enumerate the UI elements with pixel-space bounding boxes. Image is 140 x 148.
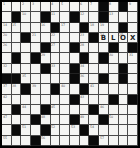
clue-number: 11: [51, 12, 55, 15]
clue-number: 28: [80, 43, 84, 46]
clue-number: 4: [51, 2, 53, 5]
cell-r2c6[interactable]: 11: [51, 12, 61, 22]
cell-r9c11[interactable]: [99, 84, 109, 94]
cell-r9c7[interactable]: 40: [60, 84, 70, 94]
black-cell: [41, 105, 51, 115]
clue-number: 47: [3, 115, 7, 118]
cell-r10c3[interactable]: [21, 95, 31, 105]
clue-number: 30: [109, 53, 113, 56]
clue-number: 44: [22, 105, 26, 108]
cell-r4c4[interactable]: 21: [31, 33, 41, 43]
black-cell: [119, 74, 129, 84]
clue-number: 56: [41, 136, 45, 139]
black-cell: [31, 115, 41, 125]
clue-number: 50: [109, 115, 113, 118]
cell-r5c6[interactable]: 27: [51, 43, 61, 53]
cell-r1c14[interactable]: 9: [128, 2, 138, 12]
clue-number: 43: [80, 95, 84, 98]
clue-number: 40: [61, 84, 65, 87]
cell-r13c4[interactable]: [31, 125, 41, 135]
cell-r4c5[interactable]: [41, 33, 51, 43]
black-cell: [119, 2, 129, 12]
cell-r5c10[interactable]: [89, 43, 99, 53]
cell-r12c3[interactable]: [21, 115, 31, 125]
cell-r11c13[interactable]: [119, 105, 129, 115]
clue-number: 39: [32, 84, 36, 87]
cell-r2c4[interactable]: [31, 12, 41, 22]
black-cell: [12, 74, 22, 84]
cell-r10c13[interactable]: [119, 95, 129, 105]
cell-r3c4[interactable]: [31, 23, 41, 33]
cell-r6c3[interactable]: [21, 53, 31, 63]
black-cell: [80, 53, 90, 63]
cell-r13c12[interactable]: [109, 125, 119, 135]
cell-r9c1[interactable]: 37: [2, 84, 12, 94]
cell-r5c4[interactable]: [31, 43, 41, 53]
clue-number: 17: [61, 23, 65, 26]
cell-r6c6[interactable]: [51, 53, 61, 63]
cell-r6c13[interactable]: [119, 53, 129, 63]
filled-letter: L: [109, 33, 118, 42]
cell-r11c6[interactable]: 45: [51, 105, 61, 115]
cell-r8c6[interactable]: [51, 74, 61, 84]
cell-r12c5[interactable]: 48: [41, 115, 51, 125]
cell-r10c2[interactable]: [12, 95, 22, 105]
cell-r10c6[interactable]: [51, 95, 61, 105]
cell-r7c7[interactable]: [60, 64, 70, 74]
cell-r3c14[interactable]: [128, 23, 138, 33]
cell-r14c11[interactable]: 57: [99, 136, 109, 146]
cell-r10c9[interactable]: 43: [80, 95, 90, 105]
cell-r14c5[interactable]: 56: [41, 136, 51, 146]
black-cell: [12, 53, 22, 63]
black-cell: [70, 74, 80, 84]
cell-r12c2[interactable]: [12, 115, 22, 125]
cell-r9c13[interactable]: [119, 84, 129, 94]
cell-r4c8[interactable]: [70, 33, 80, 43]
clue-number: 34: [80, 64, 84, 67]
cell-r11c3[interactable]: 44: [21, 105, 31, 115]
cell-r9c2[interactable]: 38: [12, 84, 22, 94]
black-cell: [12, 125, 22, 135]
cell-r12c9[interactable]: 49: [80, 115, 90, 125]
cell-r5c3[interactable]: [21, 43, 31, 53]
clue-number: 53: [71, 125, 75, 128]
black-cell: [128, 95, 138, 105]
cell-r10c1[interactable]: 42: [2, 95, 12, 105]
clue-number: 26: [3, 43, 7, 46]
black-cell: [99, 74, 109, 84]
filled-letter: X: [128, 33, 137, 42]
clue-number: 18: [90, 23, 94, 26]
clue-number: 23: [80, 33, 84, 36]
cell-r13c8[interactable]: 53: [70, 125, 80, 135]
black-cell: [80, 84, 90, 94]
cell-r1c2[interactable]: [12, 2, 22, 12]
cell-r8c9[interactable]: 36: [80, 74, 90, 84]
cell-r5c1[interactable]: 26: [2, 43, 12, 53]
clue-number: 6: [80, 2, 82, 5]
cell-r7c6[interactable]: 33: [51, 64, 61, 74]
cell-r13c10[interactable]: 54: [89, 125, 99, 135]
cell-r2c9[interactable]: 12: [80, 12, 90, 22]
cell-r10c5[interactable]: [41, 95, 51, 105]
black-cell: [99, 12, 109, 22]
cell-r5c13[interactable]: [119, 43, 129, 53]
cell-r2c1[interactable]: [2, 12, 12, 22]
black-cell: [70, 64, 80, 74]
cell-r11c11[interactable]: 46: [99, 105, 109, 115]
cell-r3c7[interactable]: 17: [60, 23, 70, 33]
clue-number: 9: [129, 2, 131, 5]
cell-r6c14[interactable]: 31: [128, 53, 138, 63]
clue-number: 32: [3, 64, 7, 67]
clue-number: 41: [90, 84, 94, 87]
cell-r3c2[interactable]: 15: [12, 23, 22, 33]
cell-r8c14[interactable]: [128, 74, 138, 84]
cell-r7c4[interactable]: [31, 64, 41, 74]
cell-r4c11[interactable]: 24B: [99, 33, 109, 43]
cell-r11c8[interactable]: [70, 105, 80, 115]
black-cell: [89, 136, 99, 146]
clue-number: 42: [3, 95, 7, 98]
cell-r12c12[interactable]: 50: [109, 115, 119, 125]
black-cell: [41, 64, 51, 74]
cell-r11c12[interactable]: [109, 105, 119, 115]
black-cell: [2, 74, 12, 84]
cell-r8c12[interactable]: [109, 74, 119, 84]
clue-number: 48: [41, 115, 45, 118]
cell-r1c5[interactable]: [41, 2, 51, 12]
cell-r3c10[interactable]: 18: [89, 23, 99, 33]
clue-number: 15: [12, 23, 16, 26]
cell-r11c4[interactable]: [31, 105, 41, 115]
black-cell: [31, 136, 41, 146]
cell-r1c9[interactable]: 6: [80, 2, 90, 12]
cell-r7c10[interactable]: [89, 64, 99, 74]
cell-r2c10[interactable]: [89, 12, 99, 22]
clue-number: 54: [90, 125, 94, 128]
cell-r2c13[interactable]: [119, 12, 129, 22]
cell-r4c14[interactable]: X: [128, 33, 138, 43]
clue-number: 38: [12, 84, 16, 87]
black-cell: [99, 2, 109, 12]
cell-r10c4[interactable]: [31, 95, 41, 105]
crossword-grid: 123456789101112131415161718192021222324B…: [0, 0, 140, 148]
cell-r12c7[interactable]: [60, 115, 70, 125]
black-cell: [41, 43, 51, 53]
cell-r5c11[interactable]: [99, 43, 109, 53]
cell-r8c5[interactable]: [41, 74, 51, 84]
black-cell: [51, 84, 61, 94]
filled-letter: B: [99, 33, 108, 42]
cell-r1c3[interactable]: 2: [21, 2, 31, 12]
cell-r10c10[interactable]: [89, 95, 99, 105]
clue-number: 35: [22, 74, 26, 77]
cell-r1c4[interactable]: 3: [31, 2, 41, 12]
clue-number: 20: [3, 33, 7, 36]
clue-number: 19: [100, 23, 104, 26]
cell-r13c11[interactable]: [99, 125, 109, 135]
cell-r14c6[interactable]: [51, 136, 61, 146]
cell-r13c7[interactable]: [60, 125, 70, 135]
cell-r4c13[interactable]: 25O: [119, 33, 129, 43]
clue-number: 36: [80, 74, 84, 77]
cell-r4c2[interactable]: [12, 33, 22, 43]
black-cell: [89, 105, 99, 115]
cell-r14c7[interactable]: [60, 136, 70, 146]
cell-r13c1[interactable]: [2, 125, 12, 135]
cell-r2c7[interactable]: [60, 12, 70, 22]
cell-r1c10[interactable]: 7: [89, 2, 99, 12]
cell-r1c12[interactable]: 8: [109, 2, 119, 12]
cell-r2c14[interactable]: [128, 12, 138, 22]
black-cell: [31, 53, 41, 63]
clue-number: 16: [41, 23, 45, 26]
cell-r8c4[interactable]: [31, 74, 41, 84]
cell-r14c9[interactable]: [80, 136, 90, 146]
black-cell: [99, 115, 109, 125]
cell-r11c9[interactable]: [80, 105, 90, 115]
filled-letter: O: [119, 33, 128, 42]
cell-r2c3[interactable]: 10: [21, 12, 31, 22]
cell-r4c1[interactable]: 20: [2, 33, 12, 43]
cell-r6c12[interactable]: 30: [109, 53, 119, 63]
cell-r14c14[interactable]: [128, 136, 138, 146]
black-cell: [41, 125, 51, 135]
cell-r14c8[interactable]: [70, 136, 80, 146]
clue-number: 5: [61, 2, 63, 5]
cell-r1c8[interactable]: [70, 2, 80, 12]
clue-number: 37: [3, 84, 7, 87]
cell-r12c13[interactable]: [119, 115, 129, 125]
black-cell: [70, 115, 80, 125]
black-cell: [80, 23, 90, 33]
cell-r8c3[interactable]: 35: [21, 74, 31, 84]
cell-r10c7[interactable]: [60, 95, 70, 105]
clue-number: 10: [22, 12, 26, 15]
cell-r13c3[interactable]: 51: [21, 125, 31, 135]
clue-number: 29: [41, 53, 45, 56]
clue-number: 8: [109, 2, 111, 5]
cell-r14c13[interactable]: [119, 136, 129, 146]
cell-r10c11[interactable]: [99, 95, 109, 105]
black-cell: [119, 64, 129, 74]
clue-number: 13: [109, 12, 113, 15]
cell-r6c1[interactable]: [2, 53, 12, 63]
cell-r11c14[interactable]: [128, 105, 138, 115]
cell-r13c14[interactable]: [128, 125, 138, 135]
cell-r1c7[interactable]: 5: [60, 2, 70, 12]
cell-r4c12[interactable]: L: [109, 33, 119, 43]
cell-r2c12[interactable]: 13: [109, 12, 119, 22]
cell-r6c5[interactable]: 29: [41, 53, 51, 63]
cell-r3c1[interactable]: 14: [2, 23, 12, 33]
cell-r3c3[interactable]: [21, 23, 31, 33]
cell-r9c14[interactable]: [128, 84, 138, 94]
cell-r7c9[interactable]: 34: [80, 64, 90, 74]
black-cell: [41, 12, 51, 22]
cell-r6c7[interactable]: [60, 53, 70, 63]
clue-number: 27: [51, 43, 55, 46]
cell-r9c10[interactable]: 41: [89, 84, 99, 94]
cell-r7c1[interactable]: 32: [2, 64, 12, 74]
cell-r9c5[interactable]: [41, 84, 51, 94]
clue-number: 22: [51, 33, 55, 36]
clue-number: 55: [3, 136, 7, 139]
black-cell: [80, 125, 90, 135]
black-cell: [119, 23, 129, 33]
cell-r14c12[interactable]: [109, 136, 119, 146]
black-cell: [89, 33, 99, 43]
black-cell: [12, 105, 22, 115]
cell-r3c12[interactable]: [109, 23, 119, 33]
cell-r7c12[interactable]: [109, 64, 119, 74]
black-cell: [12, 12, 22, 22]
cell-r5c7[interactable]: [60, 43, 70, 53]
clue-number: 49: [80, 115, 84, 118]
black-cell: [70, 12, 80, 22]
black-cell: [128, 43, 138, 53]
black-cell: [70, 95, 80, 105]
clue-number: 1: [3, 2, 5, 5]
cell-r3c8[interactable]: [70, 23, 80, 33]
cell-r12c14[interactable]: [128, 115, 138, 125]
cell-r7c14[interactable]: [128, 64, 138, 74]
clue-number: 45: [51, 105, 55, 108]
clue-number: 7: [90, 2, 92, 5]
cell-r7c3[interactable]: [21, 64, 31, 74]
cell-r12c10[interactable]: [89, 115, 99, 125]
cell-r14c2[interactable]: [12, 136, 22, 146]
cell-r3c5[interactable]: 16: [41, 23, 51, 33]
cell-r5c9[interactable]: 28: [80, 43, 90, 53]
clue-number: 14: [3, 23, 7, 26]
black-cell: [21, 33, 31, 43]
cell-r13c13[interactable]: [119, 125, 129, 135]
cell-r8c7[interactable]: [60, 74, 70, 84]
black-cell: [51, 23, 61, 33]
cell-r4c7[interactable]: [60, 33, 70, 43]
clue-number: 52: [51, 125, 55, 128]
cell-r6c8[interactable]: [70, 53, 80, 63]
cell-r11c1[interactable]: [2, 105, 12, 115]
cell-r3c11[interactable]: 19: [99, 23, 109, 33]
cell-r14c3[interactable]: [21, 136, 31, 146]
clue-number: 31: [129, 53, 133, 56]
cell-r4c9[interactable]: 23: [80, 33, 90, 43]
clue-number: 21: [32, 33, 36, 36]
cell-r12c1[interactable]: 47: [2, 115, 12, 125]
clue-number: 46: [100, 105, 104, 108]
clue-number: 57: [100, 136, 104, 139]
cell-r14c1[interactable]: 55: [2, 136, 12, 146]
clue-number: 12: [80, 12, 84, 15]
clue-number: 2: [22, 2, 24, 5]
black-cell: [21, 84, 31, 94]
black-cell: [99, 53, 109, 63]
cell-r8c10[interactable]: [89, 74, 99, 84]
cell-r7c11[interactable]: [99, 64, 109, 74]
cell-r1c1[interactable]: 1: [2, 2, 12, 12]
cell-r12c6[interactable]: [51, 115, 61, 125]
cell-r5c2[interactable]: [12, 43, 22, 53]
black-cell: [70, 43, 80, 53]
clue-number: 51: [22, 125, 26, 128]
cell-r13c6[interactable]: 52: [51, 125, 61, 135]
clue-number: 33: [51, 64, 55, 67]
cell-r11c7[interactable]: [60, 105, 70, 115]
cell-r7c2[interactable]: [12, 64, 22, 74]
clue-number: 3: [32, 2, 34, 5]
cell-r1c6[interactable]: 4: [51, 2, 61, 12]
cell-r6c10[interactable]: [89, 53, 99, 63]
cell-r4c6[interactable]: 22: [51, 33, 61, 43]
cell-r9c8[interactable]: [70, 84, 80, 94]
black-cell: [109, 95, 119, 105]
cell-r9c12[interactable]: [109, 84, 119, 94]
black-cell: [109, 43, 119, 53]
cell-r9c4[interactable]: 39: [31, 84, 41, 94]
